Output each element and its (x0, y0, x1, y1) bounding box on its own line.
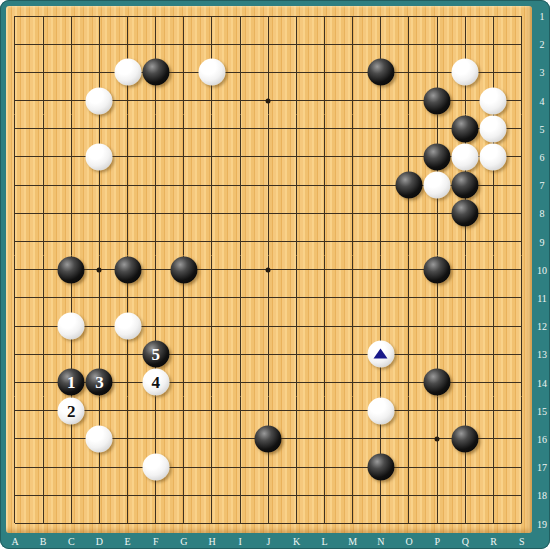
intersection-S2[interactable] (507, 30, 532, 58)
intersection-S19[interactable] (507, 509, 532, 533)
intersection-F2[interactable] (142, 30, 170, 58)
intersection-B15[interactable] (29, 397, 57, 425)
intersection-E8[interactable] (113, 199, 141, 227)
intersection-M19[interactable] (339, 509, 367, 533)
intersection-D6[interactable] (85, 143, 113, 171)
intersection-N4[interactable] (367, 86, 395, 114)
intersection-A5[interactable] (6, 115, 29, 143)
intersection-H8[interactable] (198, 199, 226, 227)
intersection-L7[interactable] (310, 171, 338, 199)
intersection-O8[interactable] (395, 199, 423, 227)
intersection-B7[interactable] (29, 171, 57, 199)
intersection-P14[interactable] (423, 368, 451, 396)
intersection-R1[interactable] (479, 6, 507, 30)
intersection-Q19[interactable] (451, 509, 479, 533)
intersection-L13[interactable] (310, 340, 338, 368)
intersection-S12[interactable] (507, 312, 532, 340)
intersection-G14[interactable] (170, 368, 198, 396)
intersection-Q7[interactable] (451, 171, 479, 199)
intersection-J10[interactable] (254, 256, 282, 284)
intersection-A4[interactable] (6, 86, 29, 114)
intersection-N7[interactable] (367, 171, 395, 199)
intersection-I19[interactable] (226, 509, 254, 533)
intersection-K12[interactable] (282, 312, 310, 340)
intersection-H11[interactable] (198, 284, 226, 312)
intersection-S13[interactable] (507, 340, 532, 368)
intersection-N8[interactable] (367, 199, 395, 227)
intersection-R8[interactable] (479, 199, 507, 227)
intersection-P3[interactable] (423, 58, 451, 86)
intersection-O17[interactable] (395, 453, 423, 481)
intersection-J16[interactable] (254, 425, 282, 453)
intersection-Q9[interactable] (451, 227, 479, 255)
intersection-B9[interactable] (29, 227, 57, 255)
intersection-Q13[interactable] (451, 340, 479, 368)
intersection-A18[interactable] (6, 481, 29, 509)
intersection-P18[interactable] (423, 481, 451, 509)
intersection-R12[interactable] (479, 312, 507, 340)
intersection-C1[interactable] (57, 6, 85, 30)
intersection-R4[interactable] (479, 86, 507, 114)
intersection-O7[interactable] (395, 171, 423, 199)
intersection-S10[interactable] (507, 256, 532, 284)
intersection-H14[interactable] (198, 368, 226, 396)
intersection-K10[interactable] (282, 256, 310, 284)
intersection-Q3[interactable] (451, 58, 479, 86)
intersection-F11[interactable] (142, 284, 170, 312)
intersection-P6[interactable] (423, 143, 451, 171)
intersection-C19[interactable] (57, 509, 85, 533)
intersection-M18[interactable] (339, 481, 367, 509)
intersection-D1[interactable] (85, 6, 113, 30)
intersection-J19[interactable] (254, 509, 282, 533)
intersection-P9[interactable] (423, 227, 451, 255)
intersection-K3[interactable] (282, 58, 310, 86)
intersection-A3[interactable] (6, 58, 29, 86)
intersection-O9[interactable] (395, 227, 423, 255)
intersection-N3[interactable] (367, 58, 395, 86)
intersection-S6[interactable] (507, 143, 532, 171)
intersection-K11[interactable] (282, 284, 310, 312)
intersection-O19[interactable] (395, 509, 423, 533)
intersection-G4[interactable] (170, 86, 198, 114)
intersection-D16[interactable] (85, 425, 113, 453)
intersection-D4[interactable] (85, 86, 113, 114)
intersection-G9[interactable] (170, 227, 198, 255)
intersection-J7[interactable] (254, 171, 282, 199)
intersection-N17[interactable] (367, 453, 395, 481)
intersection-L11[interactable] (310, 284, 338, 312)
intersection-M8[interactable] (339, 199, 367, 227)
intersection-P7[interactable] (423, 171, 451, 199)
intersection-Q12[interactable] (451, 312, 479, 340)
intersection-C4[interactable] (57, 86, 85, 114)
intersection-O1[interactable] (395, 6, 423, 30)
intersection-F15[interactable] (142, 397, 170, 425)
intersection-K16[interactable] (282, 425, 310, 453)
intersection-S14[interactable] (507, 368, 532, 396)
intersection-N16[interactable] (367, 425, 395, 453)
intersection-J17[interactable] (254, 453, 282, 481)
intersection-Q11[interactable] (451, 284, 479, 312)
intersection-A8[interactable] (6, 199, 29, 227)
intersection-C18[interactable] (57, 481, 85, 509)
intersection-I14[interactable] (226, 368, 254, 396)
intersection-C15[interactable]: 2 (57, 397, 85, 425)
intersection-K6[interactable] (282, 143, 310, 171)
intersection-P16[interactable] (423, 425, 451, 453)
intersection-B3[interactable] (29, 58, 57, 86)
intersection-D5[interactable] (85, 115, 113, 143)
intersection-M17[interactable] (339, 453, 367, 481)
intersection-P4[interactable] (423, 86, 451, 114)
intersection-M10[interactable] (339, 256, 367, 284)
intersection-L5[interactable] (310, 115, 338, 143)
intersection-I8[interactable] (226, 199, 254, 227)
intersection-I4[interactable] (226, 86, 254, 114)
intersection-K19[interactable] (282, 509, 310, 533)
intersection-R5[interactable] (479, 115, 507, 143)
intersection-J4[interactable] (254, 86, 282, 114)
intersection-H19[interactable] (198, 509, 226, 533)
intersection-N19[interactable] (367, 509, 395, 533)
intersection-R10[interactable] (479, 256, 507, 284)
intersection-Q17[interactable] (451, 453, 479, 481)
intersection-E17[interactable] (113, 453, 141, 481)
intersection-F17[interactable] (142, 453, 170, 481)
intersection-S11[interactable] (507, 284, 532, 312)
intersection-C8[interactable] (57, 199, 85, 227)
intersection-I7[interactable] (226, 171, 254, 199)
intersection-K13[interactable] (282, 340, 310, 368)
intersection-D13[interactable] (85, 340, 113, 368)
intersection-B14[interactable] (29, 368, 57, 396)
intersection-L4[interactable] (310, 86, 338, 114)
intersection-G3[interactable] (170, 58, 198, 86)
intersection-Q6[interactable] (451, 143, 479, 171)
intersection-O10[interactable] (395, 256, 423, 284)
intersection-F4[interactable] (142, 86, 170, 114)
intersection-F7[interactable] (142, 171, 170, 199)
intersection-B2[interactable] (29, 30, 57, 58)
intersection-R19[interactable] (479, 509, 507, 533)
intersection-G11[interactable] (170, 284, 198, 312)
intersection-B19[interactable] (29, 509, 57, 533)
intersection-J14[interactable] (254, 368, 282, 396)
intersection-G18[interactable] (170, 481, 198, 509)
intersection-D8[interactable] (85, 199, 113, 227)
intersection-Q2[interactable] (451, 30, 479, 58)
intersection-B12[interactable] (29, 312, 57, 340)
intersection-G2[interactable] (170, 30, 198, 58)
intersection-C12[interactable] (57, 312, 85, 340)
intersection-D14[interactable]: 3 (85, 368, 113, 396)
intersection-A16[interactable] (6, 425, 29, 453)
intersection-M11[interactable] (339, 284, 367, 312)
intersection-A13[interactable] (6, 340, 29, 368)
intersection-H9[interactable] (198, 227, 226, 255)
intersection-A2[interactable] (6, 30, 29, 58)
intersection-J9[interactable] (254, 227, 282, 255)
intersection-C17[interactable] (57, 453, 85, 481)
intersection-B5[interactable] (29, 115, 57, 143)
intersection-N10[interactable] (367, 256, 395, 284)
intersection-L3[interactable] (310, 58, 338, 86)
intersection-S8[interactable] (507, 199, 532, 227)
intersection-N6[interactable] (367, 143, 395, 171)
intersection-Q16[interactable] (451, 425, 479, 453)
intersection-K8[interactable] (282, 199, 310, 227)
intersection-E18[interactable] (113, 481, 141, 509)
intersection-O16[interactable] (395, 425, 423, 453)
intersection-J3[interactable] (254, 58, 282, 86)
intersection-C5[interactable] (57, 115, 85, 143)
intersection-F5[interactable] (142, 115, 170, 143)
intersection-O15[interactable] (395, 397, 423, 425)
intersection-C16[interactable] (57, 425, 85, 453)
intersection-C13[interactable] (57, 340, 85, 368)
intersection-I12[interactable] (226, 312, 254, 340)
intersection-B16[interactable] (29, 425, 57, 453)
intersection-F13[interactable]: 5 (142, 340, 170, 368)
intersection-I6[interactable] (226, 143, 254, 171)
intersection-A17[interactable] (6, 453, 29, 481)
intersection-K4[interactable] (282, 86, 310, 114)
intersection-R18[interactable] (479, 481, 507, 509)
intersection-P5[interactable] (423, 115, 451, 143)
intersection-S3[interactable] (507, 58, 532, 86)
intersection-F10[interactable] (142, 256, 170, 284)
intersection-O4[interactable] (395, 86, 423, 114)
intersection-S1[interactable] (507, 6, 532, 30)
intersection-D15[interactable] (85, 397, 113, 425)
intersection-L16[interactable] (310, 425, 338, 453)
intersection-A6[interactable] (6, 143, 29, 171)
intersection-F12[interactable] (142, 312, 170, 340)
intersection-L19[interactable] (310, 509, 338, 533)
intersection-H2[interactable] (198, 30, 226, 58)
intersection-C11[interactable] (57, 284, 85, 312)
intersection-H15[interactable] (198, 397, 226, 425)
intersection-M2[interactable] (339, 30, 367, 58)
intersection-S9[interactable] (507, 227, 532, 255)
intersection-L15[interactable] (310, 397, 338, 425)
intersection-I18[interactable] (226, 481, 254, 509)
intersection-C3[interactable] (57, 58, 85, 86)
intersection-P19[interactable] (423, 509, 451, 533)
intersection-A15[interactable] (6, 397, 29, 425)
intersection-E9[interactable] (113, 227, 141, 255)
intersection-G6[interactable] (170, 143, 198, 171)
intersection-K18[interactable] (282, 481, 310, 509)
intersection-H3[interactable] (198, 58, 226, 86)
intersection-M13[interactable] (339, 340, 367, 368)
intersection-D7[interactable] (85, 171, 113, 199)
intersection-H10[interactable] (198, 256, 226, 284)
intersection-K15[interactable] (282, 397, 310, 425)
intersection-R7[interactable] (479, 171, 507, 199)
intersection-H16[interactable] (198, 425, 226, 453)
intersection-E7[interactable] (113, 171, 141, 199)
intersection-H4[interactable] (198, 86, 226, 114)
intersection-Q18[interactable] (451, 481, 479, 509)
intersection-J8[interactable] (254, 199, 282, 227)
intersection-F3[interactable] (142, 58, 170, 86)
intersection-R14[interactable] (479, 368, 507, 396)
intersection-L18[interactable] (310, 481, 338, 509)
intersection-F6[interactable] (142, 143, 170, 171)
intersection-R17[interactable] (479, 453, 507, 481)
intersection-M14[interactable] (339, 368, 367, 396)
intersection-Q10[interactable] (451, 256, 479, 284)
intersection-B8[interactable] (29, 199, 57, 227)
intersection-G19[interactable] (170, 509, 198, 533)
intersection-M6[interactable] (339, 143, 367, 171)
intersection-I9[interactable] (226, 227, 254, 255)
intersection-G16[interactable] (170, 425, 198, 453)
intersection-N12[interactable] (367, 312, 395, 340)
intersection-E16[interactable] (113, 425, 141, 453)
intersection-H13[interactable] (198, 340, 226, 368)
intersection-J2[interactable] (254, 30, 282, 58)
intersection-K7[interactable] (282, 171, 310, 199)
intersection-M16[interactable] (339, 425, 367, 453)
intersection-J1[interactable] (254, 6, 282, 30)
intersection-E1[interactable] (113, 6, 141, 30)
intersection-I2[interactable] (226, 30, 254, 58)
intersection-P1[interactable] (423, 6, 451, 30)
intersection-J13[interactable] (254, 340, 282, 368)
intersection-F16[interactable] (142, 425, 170, 453)
intersection-Q5[interactable] (451, 115, 479, 143)
intersection-H12[interactable] (198, 312, 226, 340)
intersection-B4[interactable] (29, 86, 57, 114)
intersection-I15[interactable] (226, 397, 254, 425)
intersection-I16[interactable] (226, 425, 254, 453)
intersection-E12[interactable] (113, 312, 141, 340)
intersection-E13[interactable] (113, 340, 141, 368)
intersection-G15[interactable] (170, 397, 198, 425)
intersection-H7[interactable] (198, 171, 226, 199)
intersection-E11[interactable] (113, 284, 141, 312)
intersection-L1[interactable] (310, 6, 338, 30)
intersection-C6[interactable] (57, 143, 85, 171)
intersection-L2[interactable] (310, 30, 338, 58)
intersection-D17[interactable] (85, 453, 113, 481)
intersection-R6[interactable] (479, 143, 507, 171)
intersection-A10[interactable] (6, 256, 29, 284)
intersection-D18[interactable] (85, 481, 113, 509)
intersection-C10[interactable] (57, 256, 85, 284)
intersection-F9[interactable] (142, 227, 170, 255)
intersection-R16[interactable] (479, 425, 507, 453)
intersection-R13[interactable] (479, 340, 507, 368)
intersection-B17[interactable] (29, 453, 57, 481)
intersection-S7[interactable] (507, 171, 532, 199)
intersection-H1[interactable] (198, 6, 226, 30)
intersection-E3[interactable] (113, 58, 141, 86)
intersection-D2[interactable] (85, 30, 113, 58)
intersection-F1[interactable] (142, 6, 170, 30)
intersection-J6[interactable] (254, 143, 282, 171)
intersection-K5[interactable] (282, 115, 310, 143)
intersection-E19[interactable] (113, 509, 141, 533)
intersection-I13[interactable] (226, 340, 254, 368)
intersection-P11[interactable] (423, 284, 451, 312)
intersection-K17[interactable] (282, 453, 310, 481)
intersection-G10[interactable] (170, 256, 198, 284)
intersection-Q14[interactable] (451, 368, 479, 396)
intersection-L14[interactable] (310, 368, 338, 396)
intersection-J18[interactable] (254, 481, 282, 509)
intersection-P13[interactable] (423, 340, 451, 368)
intersection-G12[interactable] (170, 312, 198, 340)
intersection-I3[interactable] (226, 58, 254, 86)
intersection-A14[interactable] (6, 368, 29, 396)
intersection-N5[interactable] (367, 115, 395, 143)
intersection-I17[interactable] (226, 453, 254, 481)
intersection-C7[interactable] (57, 171, 85, 199)
intersection-G1[interactable] (170, 6, 198, 30)
intersection-S18[interactable] (507, 481, 532, 509)
intersection-R15[interactable] (479, 397, 507, 425)
intersection-B6[interactable] (29, 143, 57, 171)
intersection-O5[interactable] (395, 115, 423, 143)
intersection-S16[interactable] (507, 425, 532, 453)
intersection-G7[interactable] (170, 171, 198, 199)
intersection-J5[interactable] (254, 115, 282, 143)
intersection-R11[interactable] (479, 284, 507, 312)
intersection-A12[interactable] (6, 312, 29, 340)
intersection-B10[interactable] (29, 256, 57, 284)
intersection-J12[interactable] (254, 312, 282, 340)
intersection-L6[interactable] (310, 143, 338, 171)
intersection-M15[interactable] (339, 397, 367, 425)
intersection-B11[interactable] (29, 284, 57, 312)
intersection-I11[interactable] (226, 284, 254, 312)
intersection-G5[interactable] (170, 115, 198, 143)
intersection-Q8[interactable] (451, 199, 479, 227)
intersection-N15[interactable] (367, 397, 395, 425)
intersection-D3[interactable] (85, 58, 113, 86)
intersection-M4[interactable] (339, 86, 367, 114)
intersection-E14[interactable] (113, 368, 141, 396)
intersection-A1[interactable] (6, 6, 29, 30)
intersection-S5[interactable] (507, 115, 532, 143)
intersection-A9[interactable] (6, 227, 29, 255)
intersection-P2[interactable] (423, 30, 451, 58)
intersection-F14[interactable]: 4 (142, 368, 170, 396)
intersection-H17[interactable] (198, 453, 226, 481)
intersection-H5[interactable] (198, 115, 226, 143)
intersection-D11[interactable] (85, 284, 113, 312)
intersection-N1[interactable] (367, 6, 395, 30)
intersection-D12[interactable] (85, 312, 113, 340)
intersection-L9[interactable] (310, 227, 338, 255)
intersection-P10[interactable] (423, 256, 451, 284)
intersection-O13[interactable] (395, 340, 423, 368)
intersection-P15[interactable] (423, 397, 451, 425)
intersection-D9[interactable] (85, 227, 113, 255)
intersection-P12[interactable] (423, 312, 451, 340)
intersection-R3[interactable] (479, 58, 507, 86)
intersection-M5[interactable] (339, 115, 367, 143)
intersection-G8[interactable] (170, 199, 198, 227)
intersection-D19[interactable] (85, 509, 113, 533)
intersection-N14[interactable] (367, 368, 395, 396)
intersection-O18[interactable] (395, 481, 423, 509)
intersection-A7[interactable] (6, 171, 29, 199)
